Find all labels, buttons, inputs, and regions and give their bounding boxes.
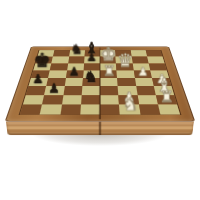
board-square <box>150 70 169 78</box>
board-square <box>137 95 158 104</box>
board-square: ♟ <box>152 78 172 86</box>
board-square <box>48 70 66 78</box>
board-grid: ♞♝♟♚♚♛♟♜♟♟♞♟♟♝♟♜♞ <box>19 50 182 115</box>
board-square: ♝ <box>154 86 175 95</box>
board-frame: ♞♝♟♚♚♛♟♜♟♟♞♟♟♝♟♜♞ <box>5 47 196 122</box>
board-square <box>131 57 148 64</box>
board-square: ♟ <box>44 86 64 95</box>
piece-white-pawn: ♟ <box>123 90 135 103</box>
board-square <box>31 70 50 78</box>
board-square <box>138 104 160 114</box>
piece-black-pawn: ♟ <box>69 66 80 78</box>
board-square: ♟ <box>29 78 49 86</box>
board-square <box>50 63 68 70</box>
board-square <box>68 57 85 64</box>
board-square <box>117 70 135 78</box>
board-square <box>117 78 135 86</box>
piece-white-pawn: ♟ <box>157 73 168 85</box>
board-square: ♟ <box>84 57 100 64</box>
board-square: ♞ <box>82 78 100 86</box>
board-square: ♚ <box>100 57 116 64</box>
board-fold-hinge <box>99 48 101 120</box>
chess-set-product-photo[interactable]: ♞♝♟♚♚♛♟♜♟♟♞♟♟♝♟♜♞ <box>0 0 200 200</box>
board-square <box>100 63 117 70</box>
board-square <box>83 63 100 70</box>
board-square: ♟ <box>66 70 84 78</box>
board-square <box>60 104 81 114</box>
board-square <box>64 78 82 86</box>
board-square: ♟ <box>119 95 139 104</box>
board-square: ♞ <box>119 104 140 114</box>
board-square <box>81 95 100 104</box>
board-square <box>23 95 44 104</box>
piece-white-pawn: ♟ <box>138 66 149 78</box>
board-square <box>118 86 137 95</box>
board-square <box>100 78 118 86</box>
board-square <box>26 86 47 95</box>
board-square <box>46 78 65 86</box>
board-square <box>42 95 63 104</box>
board-square <box>135 78 154 86</box>
board-square <box>81 86 100 95</box>
board-square <box>158 104 180 114</box>
board-square <box>147 57 165 64</box>
board-square <box>132 63 150 70</box>
board-square <box>148 63 166 70</box>
board-square: ♜ <box>100 70 117 78</box>
board-square <box>83 70 100 78</box>
board-square: ♟ <box>133 70 151 78</box>
board-square: ♛ <box>116 63 133 70</box>
board-square <box>62 95 82 104</box>
chess-board: ♞♝♟♚♚♛♟♜♟♟♞♟♟♝♟♜♞ <box>5 47 196 122</box>
board-side-edge <box>6 121 194 135</box>
board-square <box>63 86 82 95</box>
piece-black-knight: ♞ <box>71 43 83 57</box>
perspective-scene: ♞♝♟♚♚♛♟♜♟♟♞♟♟♝♟♜♞ <box>0 0 200 200</box>
board-square <box>40 104 62 114</box>
board-square: ♚ <box>33 63 51 70</box>
board-square <box>35 57 53 64</box>
board-square <box>100 95 119 104</box>
board-square <box>116 57 133 64</box>
board-square <box>80 104 100 114</box>
board-square <box>52 57 69 64</box>
piece-black-bishop: ♝ <box>85 41 99 56</box>
board-square <box>20 104 42 114</box>
board-square: ♜ <box>156 95 177 104</box>
board-fold-gap <box>99 121 101 135</box>
board-square <box>67 63 84 70</box>
piece-black-pawn: ♟ <box>32 73 43 85</box>
board-square <box>136 86 156 95</box>
board-square <box>100 86 119 95</box>
board-square <box>100 104 120 114</box>
